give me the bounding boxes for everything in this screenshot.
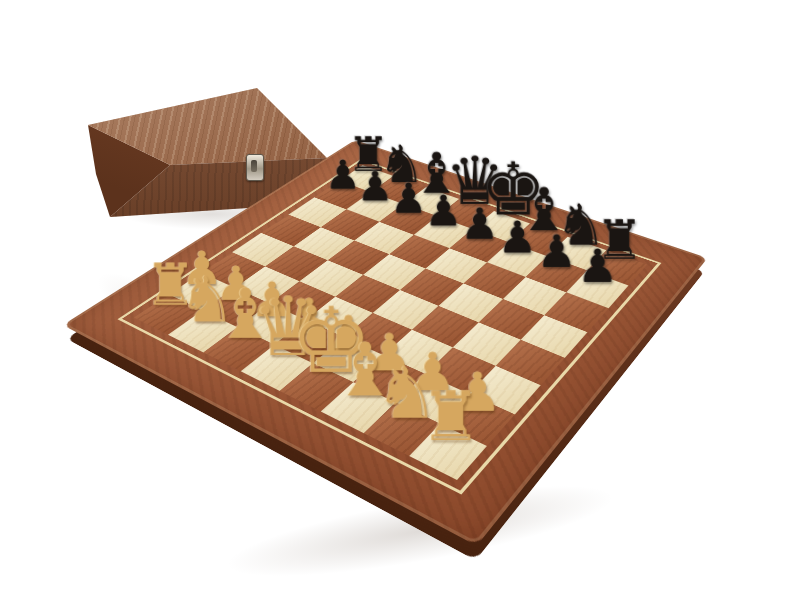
square-h7: ♟ [566,271,628,309]
piece-black-pawn: ♟ [534,229,579,274]
square-h1: ♜ [409,424,487,480]
piece-white-rook: ♜ [420,383,476,451]
box-clasp-icon [246,154,264,181]
square-f5 [439,283,504,322]
piece-black-pawn: ♟ [575,243,621,289]
piece-black-pawn: ♟ [495,215,539,259]
square-c6 [354,222,414,254]
chess-set-product-photo: ♜♞♝♛♚♝♞♜♟♟♟♟♟♟♟♟♟♟♟♟♟♟♟♟♜♞♝♛♚♝♞♜ [0,0,800,600]
